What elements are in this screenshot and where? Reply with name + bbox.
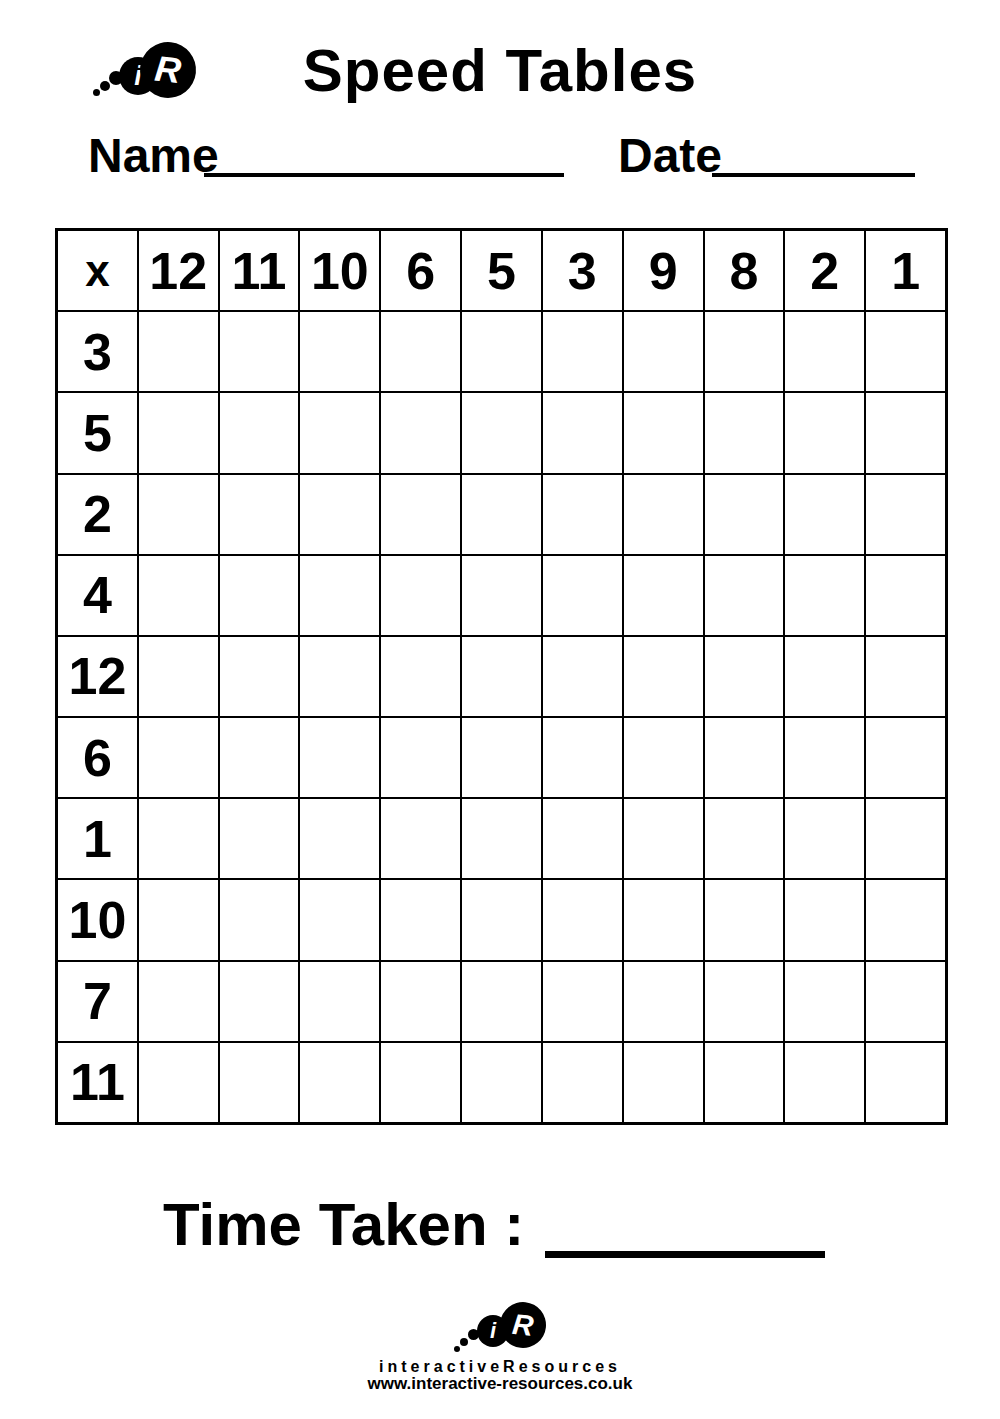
answer-cell[interactable] <box>138 392 219 473</box>
answer-cell[interactable] <box>380 798 461 879</box>
answer-cell[interactable] <box>380 474 461 555</box>
answer-cell[interactable] <box>704 1042 785 1123</box>
answer-cell[interactable] <box>299 961 380 1042</box>
col-header-cell: 2 <box>784 230 865 311</box>
answer-cell[interactable] <box>784 555 865 636</box>
row-header-cell: 11 <box>57 1042 138 1123</box>
footer-url-text: www.interactive-resources.co.uk <box>0 1374 1000 1394</box>
answer-cell[interactable] <box>219 1042 300 1123</box>
answer-cell[interactable] <box>380 961 461 1042</box>
answer-cell[interactable] <box>461 555 542 636</box>
name-label: Name <box>88 128 219 183</box>
answer-cell[interactable] <box>219 717 300 798</box>
logo-dot-icon <box>460 1338 468 1346</box>
footer-ir-logo: i R <box>448 1300 560 1358</box>
answer-cell[interactable] <box>380 392 461 473</box>
answer-cell[interactable] <box>380 311 461 392</box>
answer-cell[interactable] <box>138 311 219 392</box>
answer-cell[interactable] <box>865 961 946 1042</box>
answer-cell[interactable] <box>299 717 380 798</box>
answer-cell[interactable] <box>623 392 704 473</box>
answer-cell[interactable] <box>219 961 300 1042</box>
answer-cell[interactable] <box>542 717 623 798</box>
answer-cell[interactable] <box>299 311 380 392</box>
col-header-cell: 11 <box>219 230 300 311</box>
answer-cell[interactable] <box>865 879 946 960</box>
answer-cell[interactable] <box>299 636 380 717</box>
answer-cell[interactable] <box>299 1042 380 1123</box>
col-header-cell: 6 <box>380 230 461 311</box>
row-header-cell: 10 <box>57 879 138 960</box>
answer-cell[interactable] <box>623 798 704 879</box>
row-header-cell: 2 <box>57 474 138 555</box>
answer-cell[interactable] <box>784 961 865 1042</box>
date-label: Date <box>618 128 722 183</box>
answer-cell[interactable] <box>704 636 785 717</box>
answer-cell[interactable] <box>219 879 300 960</box>
answer-cell[interactable] <box>461 311 542 392</box>
col-header-cell: 1 <box>865 230 946 311</box>
answer-cell[interactable] <box>542 798 623 879</box>
answer-cell[interactable] <box>704 798 785 879</box>
answer-cell[interactable] <box>784 311 865 392</box>
answer-cell[interactable] <box>542 392 623 473</box>
answer-cell[interactable] <box>623 961 704 1042</box>
answer-cell[interactable] <box>219 474 300 555</box>
answer-cell[interactable] <box>865 1042 946 1123</box>
date-input-line[interactable] <box>712 130 915 177</box>
answer-cell[interactable] <box>623 1042 704 1123</box>
answer-cell[interactable] <box>138 1042 219 1123</box>
col-header-cell: 10 <box>299 230 380 311</box>
answer-cell[interactable] <box>623 311 704 392</box>
answer-cell[interactable] <box>380 879 461 960</box>
answer-cell[interactable] <box>542 636 623 717</box>
answer-cell[interactable] <box>704 555 785 636</box>
answer-cell[interactable] <box>704 311 785 392</box>
answer-cell[interactable] <box>865 798 946 879</box>
answer-cell[interactable] <box>784 879 865 960</box>
answer-cell[interactable] <box>219 555 300 636</box>
answer-cell[interactable] <box>784 1042 865 1123</box>
answer-cell[interactable] <box>299 798 380 879</box>
answer-cell[interactable] <box>623 636 704 717</box>
answer-cell[interactable] <box>219 311 300 392</box>
time-taken-input-line[interactable] <box>545 1200 825 1258</box>
answer-cell[interactable] <box>138 717 219 798</box>
answer-cell[interactable] <box>299 555 380 636</box>
answer-cell[interactable] <box>461 717 542 798</box>
answer-cell[interactable] <box>138 555 219 636</box>
row-header-cell: 7 <box>57 961 138 1042</box>
answer-cell[interactable] <box>542 879 623 960</box>
answer-cell[interactable] <box>542 311 623 392</box>
col-header-cell: 5 <box>461 230 542 311</box>
answer-cell[interactable] <box>865 555 946 636</box>
col-header-cell: 12 <box>138 230 219 311</box>
answer-cell[interactable] <box>623 474 704 555</box>
answer-cell[interactable] <box>542 1042 623 1123</box>
answer-cell[interactable] <box>704 392 785 473</box>
answer-cell[interactable] <box>461 474 542 555</box>
answer-cell[interactable] <box>784 798 865 879</box>
row-header-cell: 1 <box>57 798 138 879</box>
answer-cell[interactable] <box>865 717 946 798</box>
time-taken-label: Time Taken : <box>163 1190 524 1259</box>
col-header-cell: 9 <box>623 230 704 311</box>
answer-cell[interactable] <box>865 392 946 473</box>
answer-cell[interactable] <box>704 961 785 1042</box>
answer-cell[interactable] <box>865 311 946 392</box>
logo-dot-icon <box>454 1346 460 1352</box>
row-header-cell: 12 <box>57 636 138 717</box>
answer-cell[interactable] <box>219 798 300 879</box>
answer-cell[interactable] <box>138 798 219 879</box>
answer-cell[interactable] <box>461 798 542 879</box>
answer-cell[interactable] <box>138 474 219 555</box>
answer-cell[interactable] <box>380 555 461 636</box>
answer-cell[interactable] <box>299 392 380 473</box>
answer-cell[interactable] <box>542 474 623 555</box>
row-header-cell: 4 <box>57 555 138 636</box>
answer-cell[interactable] <box>784 636 865 717</box>
answer-cell[interactable] <box>542 555 623 636</box>
answer-cell[interactable] <box>380 1042 461 1123</box>
answer-cell[interactable] <box>704 717 785 798</box>
worksheet-page: i R Speed Tables Name Date x121110653982… <box>0 0 1000 1419</box>
answer-cell[interactable] <box>461 1042 542 1123</box>
answer-cell[interactable] <box>784 474 865 555</box>
answer-cell[interactable] <box>623 879 704 960</box>
answer-cell[interactable] <box>461 961 542 1042</box>
answer-cell[interactable] <box>784 717 865 798</box>
answer-cell[interactable] <box>138 636 219 717</box>
answer-cell[interactable] <box>299 474 380 555</box>
answer-cell[interactable] <box>461 392 542 473</box>
answer-cell[interactable] <box>865 474 946 555</box>
row-header-cell: 5 <box>57 392 138 473</box>
col-header-cell: 8 <box>704 230 785 311</box>
answer-cell[interactable] <box>138 879 219 960</box>
answer-cell[interactable] <box>865 636 946 717</box>
corner-cell: x <box>57 230 138 311</box>
answer-cell[interactable] <box>219 392 300 473</box>
answer-cell[interactable] <box>138 961 219 1042</box>
answer-cell[interactable] <box>623 717 704 798</box>
speed-table-grid: x12111065398213524126110711 <box>55 228 948 1125</box>
row-header-cell: 6 <box>57 717 138 798</box>
answer-cell[interactable] <box>380 636 461 717</box>
answer-cell[interactable] <box>623 555 704 636</box>
answer-cell[interactable] <box>542 961 623 1042</box>
answer-cell[interactable] <box>784 392 865 473</box>
page-title: Speed Tables <box>0 36 1000 105</box>
answer-cell[interactable] <box>704 879 785 960</box>
col-header-cell: 3 <box>542 230 623 311</box>
answer-cell[interactable] <box>461 636 542 717</box>
answer-cell[interactable] <box>704 474 785 555</box>
name-input-line[interactable] <box>204 130 564 177</box>
answer-cell[interactable] <box>219 636 300 717</box>
answer-cell[interactable] <box>461 879 542 960</box>
logo-r-icon: R <box>498 1300 549 1351</box>
row-header-cell: 3 <box>57 311 138 392</box>
answer-cell[interactable] <box>299 879 380 960</box>
answer-cell[interactable] <box>380 717 461 798</box>
